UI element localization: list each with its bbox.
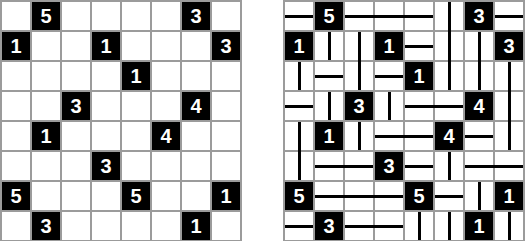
vertical-wall-segment <box>478 60 481 90</box>
vertical-wall-segment <box>448 2 451 32</box>
solution-cell-r6c3 <box>375 182 403 210</box>
solution-cell-r2c0 <box>285 62 313 90</box>
solution-cell-r7c5 <box>435 212 463 240</box>
puzzle-cell-r5c4 <box>122 152 150 180</box>
puzzle-cell-r2c7 <box>212 62 240 90</box>
horizontal-wall-segment <box>405 165 433 168</box>
solution-cell-r5c2 <box>345 152 373 180</box>
vertical-wall-segment <box>508 90 511 122</box>
solution-clue-number: 1 <box>495 182 523 210</box>
solution-clue-number: 5 <box>405 182 433 210</box>
puzzle-cell-r3c4 <box>122 92 150 120</box>
solution-cell-r4c5: 4 <box>435 122 463 150</box>
puzzle-cell-r3c3 <box>92 92 120 120</box>
horizontal-wall-segment <box>435 195 463 198</box>
solution-cell-r7c0 <box>285 212 313 240</box>
puzzle-cell-r4c7 <box>212 122 240 150</box>
puzzle-cell-r6c3 <box>92 182 120 210</box>
solution-cell-r4c2 <box>345 122 373 150</box>
puzzle-cell-r6c0: 5 <box>2 182 30 210</box>
solution-cell-r3c2: 3 <box>345 92 373 120</box>
horizontal-wall-segment <box>373 225 403 228</box>
solution-cell-r6c5 <box>435 182 463 210</box>
solution-cell-r7c6: 1 <box>465 212 493 240</box>
puzzle-cell-r1c3: 1 <box>92 32 120 60</box>
puzzle-cell-r3c2: 3 <box>62 92 90 120</box>
horizontal-wall-segment <box>373 195 403 198</box>
solution-clue-number: 4 <box>435 122 463 150</box>
solution-clue-number: 3 <box>345 92 373 120</box>
puzzle-clue-number: 4 <box>182 92 210 120</box>
puzzle-cell-r0c0 <box>2 2 30 30</box>
puzzle-cell-r4c0 <box>2 122 30 150</box>
solution-clue-number: 1 <box>285 32 313 60</box>
puzzle-cell-r1c5 <box>152 32 180 60</box>
puzzle-cell-r7c2 <box>62 212 90 240</box>
puzzle-clue-number: 5 <box>32 2 60 30</box>
vertical-wall-segment <box>298 62 301 90</box>
solution-cell-r5c4 <box>405 152 433 180</box>
puzzle-cell-r3c0 <box>2 92 30 120</box>
puzzle-cell-r5c0 <box>2 152 30 180</box>
puzzle-clue-number: 4 <box>152 122 180 150</box>
puzzle-cell-r0c6: 3 <box>182 2 210 30</box>
solution-cell-r3c6: 4 <box>465 92 493 120</box>
horizontal-wall-segment <box>285 105 313 108</box>
puzzle-cell-r4c4 <box>122 122 150 150</box>
puzzle-cell-r4c1: 1 <box>32 122 60 150</box>
solution-cell-r3c5 <box>435 92 463 120</box>
horizontal-wall-segment <box>403 15 433 18</box>
solution-cell-r1c3: 1 <box>375 32 403 60</box>
puzzle-cell-r7c4 <box>122 212 150 240</box>
puzzle-cell-r1c6 <box>182 32 210 60</box>
horizontal-wall-segment <box>315 195 345 198</box>
solution-cell-r4c3 <box>375 122 403 150</box>
puzzle-cell-r3c1 <box>32 92 60 120</box>
vertical-wall-segment <box>478 32 481 62</box>
puzzle-clue-number: 3 <box>212 32 240 60</box>
horizontal-wall-segment <box>465 165 495 168</box>
puzzle-clue-number: 1 <box>32 122 60 150</box>
solution-cell-r1c6 <box>465 32 493 60</box>
vertical-wall-segment <box>358 60 361 90</box>
horizontal-wall-segment <box>315 165 345 168</box>
puzzle-cell-r1c2 <box>62 32 90 60</box>
puzzle-cell-r3c6: 4 <box>182 92 210 120</box>
solution-cell-r5c0 <box>285 152 313 180</box>
horizontal-wall-segment <box>345 15 375 18</box>
solution-cell-r1c0: 1 <box>285 32 313 60</box>
solution-cell-r6c4: 5 <box>405 182 433 210</box>
solution-cell-r6c2 <box>345 182 373 210</box>
puzzle-cell-r0c2 <box>62 2 90 30</box>
puzzle-board: 5311313414355131 <box>0 0 242 241</box>
solution-cell-r2c4: 1 <box>405 62 433 90</box>
solution-clue-number: 3 <box>315 212 343 240</box>
puzzle-cell-r7c1: 3 <box>32 212 60 240</box>
solution-clue-number: 3 <box>495 32 523 60</box>
solution-cell-r5c1 <box>315 152 343 180</box>
puzzle-cell-r2c6 <box>182 62 210 90</box>
solution-cell-r4c4 <box>405 122 433 150</box>
puzzle-cell-r3c7 <box>212 92 240 120</box>
puzzle-cell-r3c5 <box>152 92 180 120</box>
solution-cell-r6c6 <box>465 182 493 210</box>
puzzle-clue-number: 1 <box>92 32 120 60</box>
puzzle-cell-r2c1 <box>32 62 60 90</box>
puzzle-cell-r4c3 <box>92 122 120 150</box>
solution-cell-r4c1: 1 <box>315 122 343 150</box>
solution-cell-r3c0 <box>285 92 313 120</box>
solution-clue-number: 5 <box>315 2 343 30</box>
solution-clue-number: 1 <box>375 32 403 60</box>
horizontal-wall-segment <box>495 15 523 18</box>
puzzle-cell-r4c6 <box>182 122 210 150</box>
solution-cell-r5c6 <box>465 152 493 180</box>
horizontal-wall-segment <box>433 105 463 108</box>
solution-cell-r1c7: 3 <box>495 32 523 60</box>
puzzle-clue-number: 1 <box>212 182 240 210</box>
puzzle-cell-r7c5 <box>152 212 180 240</box>
puzzle-cell-r1c4 <box>122 32 150 60</box>
solution-cell-r7c4 <box>405 212 433 240</box>
puzzle-cell-r2c4: 1 <box>122 62 150 90</box>
puzzle-cell-r0c4 <box>122 2 150 30</box>
vertical-wall-segment <box>448 212 451 240</box>
puzzle-cell-r7c3 <box>92 212 120 240</box>
horizontal-wall-segment <box>315 75 343 78</box>
puzzle-cell-r5c6 <box>182 152 210 180</box>
solution-board: 5311313414355131 <box>283 0 525 241</box>
solution-cell-r0c7 <box>495 2 523 30</box>
solution-cell-r5c5 <box>435 152 463 180</box>
vertical-wall-segment <box>388 92 391 120</box>
puzzle-cell-r7c7 <box>212 212 240 240</box>
puzzle-cell-r0c1: 5 <box>32 2 60 30</box>
vertical-wall-segment <box>448 60 451 90</box>
horizontal-wall-segment <box>285 15 313 18</box>
solution-cell-r2c1 <box>315 62 343 90</box>
puzzle-cell-r1c0: 1 <box>2 32 30 60</box>
solution-cell-r1c1 <box>315 32 343 60</box>
puzzle-cell-r0c3 <box>92 2 120 30</box>
puzzle-cell-r5c7 <box>212 152 240 180</box>
solution-cell-r2c7 <box>495 62 523 90</box>
horizontal-wall-segment <box>345 225 375 228</box>
solution-cell-r0c0 <box>285 2 313 30</box>
puzzle-cell-r5c5 <box>152 152 180 180</box>
vertical-wall-segment <box>358 122 361 150</box>
solution-cell-r0c4 <box>405 2 433 30</box>
solution-cell-r5c7 <box>495 152 523 180</box>
puzzle-cell-r0c7 <box>212 2 240 30</box>
solution-clue-number: 4 <box>465 92 493 120</box>
vertical-wall-segment <box>328 32 331 60</box>
solution-cell-r7c1: 3 <box>315 212 343 240</box>
solution-clue-number: 1 <box>315 122 343 150</box>
puzzle-cell-r6c1 <box>32 182 60 210</box>
solution-cell-r7c7 <box>495 212 523 240</box>
solution-cell-r4c6 <box>465 122 493 150</box>
solution-cell-r2c3 <box>375 62 403 90</box>
puzzle-cell-r7c6: 1 <box>182 212 210 240</box>
horizontal-wall-segment <box>403 135 433 138</box>
puzzle-clue-number: 1 <box>122 62 150 90</box>
vertical-wall-segment <box>298 150 301 180</box>
puzzle-cell-r2c2 <box>62 62 90 90</box>
solution-cell-r3c1 <box>315 92 343 120</box>
solution-cell-r7c2 <box>345 212 373 240</box>
puzzle-cell-r7c0 <box>2 212 30 240</box>
puzzle-cell-r0c5 <box>152 2 180 30</box>
horizontal-wall-segment <box>405 45 433 48</box>
solution-clue-number: 1 <box>405 62 433 90</box>
puzzle-cell-r1c7: 3 <box>212 32 240 60</box>
solution-cell-r0c6: 3 <box>465 2 493 30</box>
puzzle-clue-number: 5 <box>122 182 150 210</box>
solution-cell-r0c2 <box>345 2 373 30</box>
horizontal-wall-segment <box>493 165 523 168</box>
puzzle-clue-number: 3 <box>62 92 90 120</box>
solution-cell-r6c1 <box>315 182 343 210</box>
puzzle-cell-r5c2 <box>62 152 90 180</box>
solution-cell-r2c6 <box>465 62 493 90</box>
solution-clue-number: 1 <box>465 212 493 240</box>
puzzle-cell-r5c1 <box>32 152 60 180</box>
solution-cell-r1c5 <box>435 32 463 60</box>
puzzle-clue-number: 3 <box>32 212 60 240</box>
solution-cell-r6c7: 1 <box>495 182 523 210</box>
puzzle-clue-number: 5 <box>2 182 30 210</box>
solution-cell-r3c7 <box>495 92 523 120</box>
puzzle-cell-r2c0 <box>2 62 30 90</box>
vertical-wall-segment <box>508 212 511 240</box>
vertical-wall-segment <box>418 212 421 240</box>
solution-cell-r4c0 <box>285 122 313 150</box>
horizontal-wall-segment <box>375 135 405 138</box>
puzzle-clue-number: 3 <box>92 152 120 180</box>
puzzle-cell-r4c5: 4 <box>152 122 180 150</box>
solution-cell-r3c3 <box>375 92 403 120</box>
vertical-wall-segment <box>358 32 361 62</box>
vertical-wall-segment <box>508 120 511 150</box>
solution-cell-r6c0: 5 <box>285 182 313 210</box>
puzzle-cell-r6c4: 5 <box>122 182 150 210</box>
puzzle-cell-r2c5 <box>152 62 180 90</box>
solution-clue-number: 5 <box>285 182 313 210</box>
solution-cell-r4c7 <box>495 122 523 150</box>
solution-clue-number: 3 <box>465 2 493 30</box>
puzzle-cell-r6c6 <box>182 182 210 210</box>
vertical-wall-segment <box>448 30 451 62</box>
vertical-wall-segment <box>448 152 451 180</box>
puzzle-clue-number: 1 <box>2 32 30 60</box>
solution-clue-number: 3 <box>375 152 403 180</box>
horizontal-wall-segment <box>465 135 493 138</box>
horizontal-wall-segment <box>343 195 375 198</box>
puzzle-cell-r6c7: 1 <box>212 182 240 210</box>
horizontal-wall-segment <box>285 225 313 228</box>
vertical-wall-segment <box>298 122 301 152</box>
solution-cell-r0c3 <box>375 2 403 30</box>
vertical-wall-segment <box>508 62 511 92</box>
horizontal-wall-segment <box>375 75 403 78</box>
puzzle-cell-r4c2 <box>62 122 90 150</box>
vertical-wall-segment <box>328 92 331 120</box>
solution-cell-r3c4 <box>405 92 433 120</box>
solution-cell-r2c2 <box>345 62 373 90</box>
puzzle-cell-r6c5 <box>152 182 180 210</box>
solution-cell-r2c5 <box>435 62 463 90</box>
solution-cell-r1c4 <box>405 32 433 60</box>
puzzle-cell-r6c2 <box>62 182 90 210</box>
solution-cell-r7c3 <box>375 212 403 240</box>
solution-cell-r1c2 <box>345 32 373 60</box>
horizontal-wall-segment <box>405 105 435 108</box>
puzzle-cell-r1c1 <box>32 32 60 60</box>
puzzle-clue-number: 3 <box>182 2 210 30</box>
horizontal-wall-segment <box>343 165 373 168</box>
solution-cell-r0c1: 5 <box>315 2 343 30</box>
solution-cell-r5c3: 3 <box>375 152 403 180</box>
vertical-wall-segment <box>478 182 481 210</box>
puzzle-cell-r2c3 <box>92 62 120 90</box>
puzzle-cell-r5c3: 3 <box>92 152 120 180</box>
puzzle-clue-number: 1 <box>182 212 210 240</box>
horizontal-wall-segment <box>373 15 405 18</box>
solution-cell-r0c5 <box>435 2 463 30</box>
